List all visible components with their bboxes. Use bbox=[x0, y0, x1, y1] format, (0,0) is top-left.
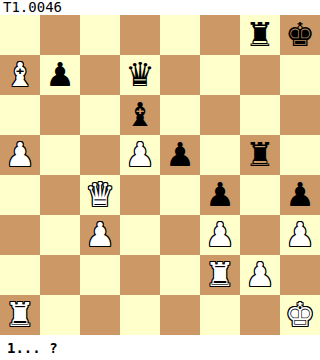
square-h6[interactable] bbox=[280, 95, 320, 135]
square-f5[interactable] bbox=[200, 135, 240, 175]
square-e4[interactable] bbox=[160, 175, 200, 215]
black-king-piece[interactable]: ♚ bbox=[285, 15, 315, 55]
square-b3[interactable] bbox=[40, 215, 80, 255]
square-e6[interactable] bbox=[160, 95, 200, 135]
square-c2[interactable] bbox=[80, 255, 120, 295]
white-queen-piece[interactable]: ♛ bbox=[85, 175, 115, 215]
white-pawn-piece[interactable]: ♟ bbox=[5, 135, 35, 175]
square-h1[interactable]: ♚ bbox=[280, 295, 320, 335]
square-a5[interactable]: ♟ bbox=[0, 135, 40, 175]
square-d2[interactable] bbox=[120, 255, 160, 295]
white-rook-piece[interactable]: ♜ bbox=[5, 295, 35, 335]
white-pawn-piece[interactable]: ♟ bbox=[85, 215, 115, 255]
black-rook-piece[interactable]: ♜ bbox=[245, 15, 275, 55]
square-d6[interactable]: ♝ bbox=[120, 95, 160, 135]
square-e7[interactable] bbox=[160, 55, 200, 95]
black-bishop-piece[interactable]: ♝ bbox=[125, 95, 155, 135]
square-e2[interactable] bbox=[160, 255, 200, 295]
black-pawn-piece[interactable]: ♟ bbox=[205, 175, 235, 215]
square-h5[interactable] bbox=[280, 135, 320, 175]
square-h3[interactable]: ♟ bbox=[280, 215, 320, 255]
square-c6[interactable] bbox=[80, 95, 120, 135]
square-e1[interactable] bbox=[160, 295, 200, 335]
square-g5[interactable]: ♜ bbox=[240, 135, 280, 175]
square-f3[interactable]: ♟ bbox=[200, 215, 240, 255]
square-b4[interactable] bbox=[40, 175, 80, 215]
square-h4[interactable]: ♟ bbox=[280, 175, 320, 215]
square-h7[interactable] bbox=[280, 55, 320, 95]
square-b2[interactable] bbox=[40, 255, 80, 295]
square-g8[interactable]: ♜ bbox=[240, 15, 280, 55]
square-c3[interactable]: ♟ bbox=[80, 215, 120, 255]
white-pawn-piece[interactable]: ♟ bbox=[245, 255, 275, 295]
chess-puzzle-page: T1.0046 ♜♚♝♟♛♝♟♟♟♜♛♟♟♟♟♟♜♟♜♚ 1... ? bbox=[0, 0, 320, 360]
square-h8[interactable]: ♚ bbox=[280, 15, 320, 55]
square-a1[interactable]: ♜ bbox=[0, 295, 40, 335]
square-d8[interactable] bbox=[120, 15, 160, 55]
square-d3[interactable] bbox=[120, 215, 160, 255]
square-c7[interactable] bbox=[80, 55, 120, 95]
white-pawn-piece[interactable]: ♟ bbox=[205, 215, 235, 255]
black-pawn-piece[interactable]: ♟ bbox=[165, 135, 195, 175]
square-b1[interactable] bbox=[40, 295, 80, 335]
square-d1[interactable] bbox=[120, 295, 160, 335]
square-c1[interactable] bbox=[80, 295, 120, 335]
move-prompt: 1... ? bbox=[7, 338, 58, 360]
square-b6[interactable] bbox=[40, 95, 80, 135]
square-b7[interactable]: ♟ bbox=[40, 55, 80, 95]
white-rook-piece[interactable]: ♜ bbox=[205, 255, 235, 295]
square-c8[interactable] bbox=[80, 15, 120, 55]
square-a2[interactable] bbox=[0, 255, 40, 295]
square-a3[interactable] bbox=[0, 215, 40, 255]
square-g3[interactable] bbox=[240, 215, 280, 255]
square-f7[interactable] bbox=[200, 55, 240, 95]
square-e8[interactable] bbox=[160, 15, 200, 55]
square-g1[interactable] bbox=[240, 295, 280, 335]
chess-board: ♜♚♝♟♛♝♟♟♟♜♛♟♟♟♟♟♜♟♜♚ bbox=[0, 15, 320, 335]
square-f4[interactable]: ♟ bbox=[200, 175, 240, 215]
black-pawn-piece[interactable]: ♟ bbox=[285, 175, 315, 215]
black-queen-piece[interactable]: ♛ bbox=[125, 55, 155, 95]
black-pawn-piece[interactable]: ♟ bbox=[45, 55, 75, 95]
white-bishop-piece[interactable]: ♝ bbox=[5, 55, 35, 95]
square-c5[interactable] bbox=[80, 135, 120, 175]
square-a4[interactable] bbox=[0, 175, 40, 215]
square-g6[interactable] bbox=[240, 95, 280, 135]
square-g7[interactable] bbox=[240, 55, 280, 95]
square-f6[interactable] bbox=[200, 95, 240, 135]
square-g4[interactable] bbox=[240, 175, 280, 215]
white-king-piece[interactable]: ♚ bbox=[285, 295, 315, 335]
square-e3[interactable] bbox=[160, 215, 200, 255]
white-pawn-piece[interactable]: ♟ bbox=[125, 135, 155, 175]
square-b8[interactable] bbox=[40, 15, 80, 55]
square-a7[interactable]: ♝ bbox=[0, 55, 40, 95]
square-h2[interactable] bbox=[280, 255, 320, 295]
square-e5[interactable]: ♟ bbox=[160, 135, 200, 175]
puzzle-id: T1.0046 bbox=[3, 0, 62, 15]
square-a8[interactable] bbox=[0, 15, 40, 55]
square-a6[interactable] bbox=[0, 95, 40, 135]
square-g2[interactable]: ♟ bbox=[240, 255, 280, 295]
square-f2[interactable]: ♜ bbox=[200, 255, 240, 295]
square-d5[interactable]: ♟ bbox=[120, 135, 160, 175]
square-d4[interactable] bbox=[120, 175, 160, 215]
white-pawn-piece[interactable]: ♟ bbox=[285, 215, 315, 255]
black-rook-piece[interactable]: ♜ bbox=[245, 135, 275, 175]
square-c4[interactable]: ♛ bbox=[80, 175, 120, 215]
square-b5[interactable] bbox=[40, 135, 80, 175]
square-d7[interactable]: ♛ bbox=[120, 55, 160, 95]
square-f1[interactable] bbox=[200, 295, 240, 335]
square-f8[interactable] bbox=[200, 15, 240, 55]
